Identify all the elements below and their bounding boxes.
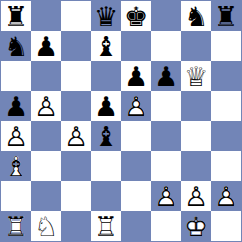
piece-black-bishop[interactable]: ♝ (91, 121, 121, 151)
square-a6[interactable] (1, 61, 31, 91)
square-g7[interactable] (181, 31, 211, 61)
piece-white-pawn[interactable]: ♟♙ (211, 181, 241, 211)
piece-black-pawn[interactable]: ♟ (151, 61, 181, 91)
square-h7[interactable] (211, 31, 241, 61)
piece-glyph: ♙ (124, 93, 148, 120)
square-c1[interactable] (61, 211, 91, 241)
square-g5[interactable] (181, 91, 211, 121)
square-b6[interactable] (31, 61, 61, 91)
piece-black-pawn[interactable]: ♟ (1, 91, 31, 121)
square-f5[interactable] (151, 91, 181, 121)
square-g2[interactable]: ♟♙ (181, 181, 211, 211)
square-g6[interactable]: ♛♕ (181, 61, 211, 91)
square-g4[interactable] (181, 121, 211, 151)
piece-glyph: ♗ (4, 153, 28, 180)
square-c4[interactable]: ♟♙ (61, 121, 91, 151)
square-b1[interactable]: ♞♘ (31, 211, 61, 241)
square-f4[interactable] (151, 121, 181, 151)
square-d7[interactable]: ♝ (91, 31, 121, 61)
square-h5[interactable] (211, 91, 241, 121)
square-f3[interactable] (151, 151, 181, 181)
piece-glyph: ♝ (94, 33, 118, 60)
square-b5[interactable]: ♟♙ (31, 91, 61, 121)
square-e5[interactable]: ♟♙ (121, 91, 151, 121)
piece-black-queen[interactable]: ♛ (91, 1, 121, 31)
square-b7[interactable]: ♟ (31, 31, 61, 61)
square-a3[interactable]: ♝♗ (1, 151, 31, 181)
square-h4[interactable] (211, 121, 241, 151)
square-a2[interactable] (1, 181, 31, 211)
piece-black-knight[interactable]: ♞ (181, 1, 211, 31)
piece-glyph: ♔ (184, 213, 208, 240)
square-d3[interactable] (91, 151, 121, 181)
piece-glyph: ♚ (124, 3, 148, 30)
piece-glyph: ♘ (34, 213, 58, 240)
piece-glyph: ♙ (34, 93, 58, 120)
square-f7[interactable] (151, 31, 181, 61)
square-d4[interactable]: ♝ (91, 121, 121, 151)
square-b3[interactable] (31, 151, 61, 181)
square-c8[interactable] (61, 1, 91, 31)
piece-glyph: ♙ (214, 183, 238, 210)
piece-glyph: ♟ (124, 63, 148, 90)
piece-glyph: ♙ (184, 183, 208, 210)
piece-glyph: ♙ (64, 123, 88, 150)
piece-glyph: ♞ (184, 3, 208, 30)
piece-white-pawn[interactable]: ♟♙ (31, 91, 61, 121)
square-d6[interactable] (91, 61, 121, 91)
piece-glyph: ♞ (4, 33, 28, 60)
square-d1[interactable]: ♜♖ (91, 211, 121, 241)
square-g8[interactable]: ♞ (181, 1, 211, 31)
square-e2[interactable] (121, 181, 151, 211)
piece-glyph: ♟ (4, 93, 28, 120)
square-e3[interactable] (121, 151, 151, 181)
piece-white-pawn[interactable]: ♟♙ (151, 181, 181, 211)
piece-black-knight[interactable]: ♞ (1, 31, 31, 61)
piece-black-king[interactable]: ♚ (121, 1, 151, 31)
piece-glyph: ♖ (94, 213, 118, 240)
piece-glyph: ♝ (94, 123, 118, 150)
square-c6[interactable] (61, 61, 91, 91)
square-g3[interactable] (181, 151, 211, 181)
chess-board: ♜♛♚♞♜♞♟♝♟♟♛♕♟♟♙♟♟♙♟♙♟♙♝♝♗♟♙♟♙♟♙♜♖♞♘♜♖♚♔ (0, 0, 242, 242)
square-d2[interactable] (91, 181, 121, 211)
square-a7[interactable]: ♞ (1, 31, 31, 61)
piece-glyph: ♖ (4, 213, 28, 240)
square-f1[interactable] (151, 211, 181, 241)
square-h6[interactable] (211, 61, 241, 91)
piece-white-bishop[interactable]: ♝♗ (1, 151, 31, 181)
square-b8[interactable] (31, 1, 61, 31)
square-c5[interactable] (61, 91, 91, 121)
square-e7[interactable] (121, 31, 151, 61)
square-e1[interactable] (121, 211, 151, 241)
square-a5[interactable]: ♟ (1, 91, 31, 121)
piece-black-bishop[interactable]: ♝ (91, 31, 121, 61)
square-h8[interactable]: ♜ (211, 1, 241, 31)
square-f2[interactable]: ♟♙ (151, 181, 181, 211)
square-c7[interactable] (61, 31, 91, 61)
square-e4[interactable] (121, 121, 151, 151)
square-c3[interactable] (61, 151, 91, 181)
piece-glyph: ♟ (94, 93, 118, 120)
square-a4[interactable]: ♟♙ (1, 121, 31, 151)
piece-glyph: ♟ (34, 33, 58, 60)
piece-glyph: ♕ (184, 63, 208, 90)
piece-white-pawn[interactable]: ♟♙ (61, 121, 91, 151)
square-c2[interactable] (61, 181, 91, 211)
square-h1[interactable] (211, 211, 241, 241)
piece-white-pawn[interactable]: ♟♙ (121, 91, 151, 121)
piece-glyph: ♜ (4, 3, 28, 30)
piece-white-pawn[interactable]: ♟♙ (181, 181, 211, 211)
square-b4[interactable] (31, 121, 61, 151)
piece-black-pawn[interactable]: ♟ (31, 31, 61, 61)
square-e6[interactable]: ♟ (121, 61, 151, 91)
piece-white-rook[interactable]: ♜♖ (1, 211, 31, 241)
piece-black-pawn[interactable]: ♟ (121, 61, 151, 91)
square-a8[interactable]: ♜ (1, 1, 31, 31)
piece-white-rook[interactable]: ♜♖ (91, 211, 121, 241)
square-d5[interactable]: ♟ (91, 91, 121, 121)
piece-glyph: ♜ (214, 3, 238, 30)
piece-white-king[interactable]: ♚♔ (181, 211, 211, 241)
square-f8[interactable] (151, 1, 181, 31)
piece-black-pawn[interactable]: ♟ (91, 91, 121, 121)
piece-glyph: ♙ (154, 183, 178, 210)
square-d8[interactable]: ♛ (91, 1, 121, 31)
piece-black-rook[interactable]: ♜ (211, 1, 241, 31)
piece-glyph: ♟ (154, 63, 178, 90)
piece-white-queen[interactable]: ♛♕ (181, 61, 211, 91)
square-h3[interactable] (211, 151, 241, 181)
piece-white-knight[interactable]: ♞♘ (31, 211, 61, 241)
piece-glyph: ♛ (94, 3, 118, 30)
piece-black-rook[interactable]: ♜ (1, 1, 31, 31)
square-g1[interactable]: ♚♔ (181, 211, 211, 241)
square-h2[interactable]: ♟♙ (211, 181, 241, 211)
piece-white-pawn[interactable]: ♟♙ (1, 121, 31, 151)
square-e8[interactable]: ♚ (121, 1, 151, 31)
square-a1[interactable]: ♜♖ (1, 211, 31, 241)
square-b2[interactable] (31, 181, 61, 211)
piece-glyph: ♙ (4, 123, 28, 150)
square-f6[interactable]: ♟ (151, 61, 181, 91)
